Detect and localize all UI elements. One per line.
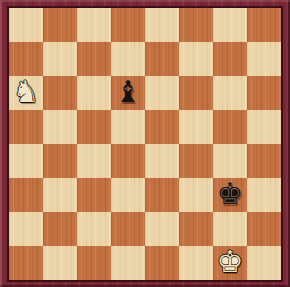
- square-f2[interactable]: [179, 212, 213, 246]
- square-f3[interactable]: [179, 178, 213, 212]
- square-a6[interactable]: ♞: [9, 76, 43, 110]
- square-e1[interactable]: [145, 246, 179, 280]
- square-d2[interactable]: [111, 212, 145, 246]
- square-g1[interactable]: ♚: [213, 246, 247, 280]
- square-e7[interactable]: [145, 42, 179, 76]
- square-d1[interactable]: [111, 246, 145, 280]
- square-f7[interactable]: [179, 42, 213, 76]
- chess-board-frame: ♞♝♚♚: [0, 0, 290, 287]
- square-a8[interactable]: [9, 8, 43, 42]
- square-c5[interactable]: [77, 110, 111, 144]
- square-b7[interactable]: [43, 42, 77, 76]
- square-b5[interactable]: [43, 110, 77, 144]
- square-h6[interactable]: [247, 76, 281, 110]
- square-e6[interactable]: [145, 76, 179, 110]
- white-king[interactable]: ♚: [217, 247, 244, 277]
- square-g3[interactable]: ♚: [213, 178, 247, 212]
- square-d5[interactable]: [111, 110, 145, 144]
- square-f4[interactable]: [179, 144, 213, 178]
- square-b1[interactable]: [43, 246, 77, 280]
- square-a2[interactable]: [9, 212, 43, 246]
- square-c6[interactable]: [77, 76, 111, 110]
- square-c3[interactable]: [77, 178, 111, 212]
- square-e4[interactable]: [145, 144, 179, 178]
- square-h3[interactable]: [247, 178, 281, 212]
- square-f1[interactable]: [179, 246, 213, 280]
- square-e2[interactable]: [145, 212, 179, 246]
- black-king[interactable]: ♚: [217, 179, 244, 209]
- square-g5[interactable]: [213, 110, 247, 144]
- square-c7[interactable]: [77, 42, 111, 76]
- square-f5[interactable]: [179, 110, 213, 144]
- square-e3[interactable]: [145, 178, 179, 212]
- square-h8[interactable]: [247, 8, 281, 42]
- square-d7[interactable]: [111, 42, 145, 76]
- square-g6[interactable]: [213, 76, 247, 110]
- square-b8[interactable]: [43, 8, 77, 42]
- square-e8[interactable]: [145, 8, 179, 42]
- square-g7[interactable]: [213, 42, 247, 76]
- square-g4[interactable]: [213, 144, 247, 178]
- square-d8[interactable]: [111, 8, 145, 42]
- square-a3[interactable]: [9, 178, 43, 212]
- square-b4[interactable]: [43, 144, 77, 178]
- square-a1[interactable]: [9, 246, 43, 280]
- square-a7[interactable]: [9, 42, 43, 76]
- square-h5[interactable]: [247, 110, 281, 144]
- square-c8[interactable]: [77, 8, 111, 42]
- square-c1[interactable]: [77, 246, 111, 280]
- chess-board: ♞♝♚♚: [9, 8, 281, 280]
- square-d4[interactable]: [111, 144, 145, 178]
- white-knight[interactable]: ♞: [13, 77, 40, 107]
- square-d3[interactable]: [111, 178, 145, 212]
- square-e5[interactable]: [145, 110, 179, 144]
- square-b2[interactable]: [43, 212, 77, 246]
- black-bishop[interactable]: ♝: [115, 77, 142, 107]
- square-c2[interactable]: [77, 212, 111, 246]
- square-b3[interactable]: [43, 178, 77, 212]
- square-h4[interactable]: [247, 144, 281, 178]
- square-d6[interactable]: ♝: [111, 76, 145, 110]
- square-a4[interactable]: [9, 144, 43, 178]
- square-g8[interactable]: [213, 8, 247, 42]
- square-c4[interactable]: [77, 144, 111, 178]
- square-h1[interactable]: [247, 246, 281, 280]
- square-a5[interactable]: [9, 110, 43, 144]
- square-h7[interactable]: [247, 42, 281, 76]
- square-g2[interactable]: [213, 212, 247, 246]
- square-b6[interactable]: [43, 76, 77, 110]
- square-f6[interactable]: [179, 76, 213, 110]
- square-h2[interactable]: [247, 212, 281, 246]
- square-f8[interactable]: [179, 8, 213, 42]
